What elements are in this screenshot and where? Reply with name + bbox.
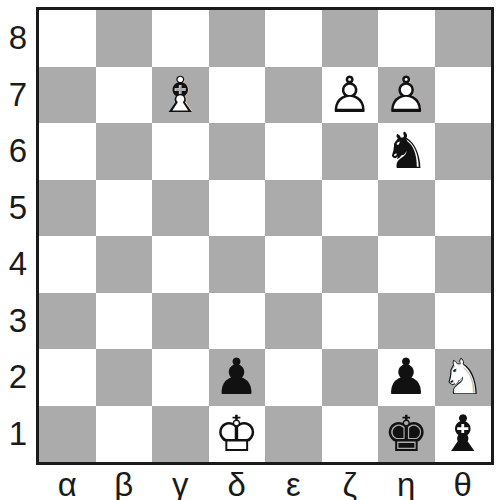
square-g6[interactable]: ♞ [378, 123, 435, 180]
white-king[interactable]: ♔ [209, 406, 266, 463]
square-c2[interactable] [152, 349, 209, 406]
square-b8[interactable] [96, 10, 153, 67]
rank-label-1: 1 [0, 406, 36, 463]
square-e2[interactable] [265, 349, 322, 406]
square-d5[interactable] [209, 180, 266, 237]
square-b2[interactable] [96, 349, 153, 406]
square-d7[interactable] [209, 67, 266, 124]
square-h1[interactable]: ♝ [435, 406, 492, 463]
square-d4[interactable] [209, 236, 266, 293]
square-c4[interactable] [152, 236, 209, 293]
rank-label-5: 5 [0, 180, 36, 237]
rank-label-2: 2 [0, 349, 36, 406]
square-a6[interactable] [39, 123, 96, 180]
square-g3[interactable] [378, 293, 435, 350]
square-a8[interactable] [39, 10, 96, 67]
square-f4[interactable] [322, 236, 379, 293]
square-h7[interactable] [435, 67, 492, 124]
square-a4[interactable] [39, 236, 96, 293]
rank-label-6: 6 [0, 123, 36, 180]
rank-labels: 87654321 [0, 7, 36, 465]
square-d2[interactable]: ♟ [209, 349, 266, 406]
square-a1[interactable] [39, 406, 96, 463]
black-pawn[interactable]: ♟ [209, 349, 266, 406]
black-king[interactable]: ♚ [378, 406, 435, 463]
square-c1[interactable] [152, 406, 209, 463]
square-g4[interactable] [378, 236, 435, 293]
square-f3[interactable] [322, 293, 379, 350]
chess-board: ♝♗♟♙♟♙♞♟♟♞♘♚♔♚♝ [36, 7, 494, 465]
file-label-d: δ [209, 462, 266, 500]
file-label-b: β [96, 462, 153, 500]
square-a5[interactable] [39, 180, 96, 237]
square-b5[interactable] [96, 180, 153, 237]
white-pawn[interactable]: ♙ [322, 67, 379, 124]
square-f5[interactable] [322, 180, 379, 237]
file-label-e: ε [265, 462, 322, 500]
square-f1[interactable] [322, 406, 379, 463]
square-g1[interactable]: ♚ [378, 406, 435, 463]
square-b1[interactable] [96, 406, 153, 463]
square-c5[interactable] [152, 180, 209, 237]
square-b7[interactable] [96, 67, 153, 124]
white-bishop[interactable]: ♗ [152, 67, 209, 124]
square-g7[interactable]: ♟♙ [378, 67, 435, 124]
file-labels: αβγδεζηθ [36, 465, 494, 500]
square-e1[interactable] [265, 406, 322, 463]
square-f7[interactable]: ♟♙ [322, 67, 379, 124]
square-a3[interactable] [39, 293, 96, 350]
rank-label-3: 3 [0, 293, 36, 350]
square-d1[interactable]: ♚♔ [209, 406, 266, 463]
square-e4[interactable] [265, 236, 322, 293]
square-h5[interactable] [435, 180, 492, 237]
square-e8[interactable] [265, 10, 322, 67]
file-label-h: θ [435, 462, 492, 500]
rank-label-7: 7 [0, 67, 36, 124]
square-e6[interactable] [265, 123, 322, 180]
square-h2[interactable]: ♞♘ [435, 349, 492, 406]
file-label-c: γ [152, 462, 209, 500]
black-pawn[interactable]: ♟ [378, 349, 435, 406]
square-h4[interactable] [435, 236, 492, 293]
black-knight[interactable]: ♞ [378, 123, 435, 180]
file-label-g: η [378, 462, 435, 500]
white-pawn[interactable]: ♙ [378, 67, 435, 124]
white-knight[interactable]: ♘ [435, 349, 492, 406]
square-e3[interactable] [265, 293, 322, 350]
square-a7[interactable] [39, 67, 96, 124]
square-b6[interactable] [96, 123, 153, 180]
square-f6[interactable] [322, 123, 379, 180]
file-label-a: α [39, 462, 96, 500]
rank-label-4: 4 [0, 236, 36, 293]
chess-diagram: 87654321 ♝♗♟♙♟♙♞♟♟♞♘♚♔♚♝ αβγδεζηθ [0, 7, 494, 500]
square-d3[interactable] [209, 293, 266, 350]
square-h8[interactable] [435, 10, 492, 67]
square-g8[interactable] [378, 10, 435, 67]
square-e7[interactable] [265, 67, 322, 124]
square-d8[interactable] [209, 10, 266, 67]
square-g5[interactable] [378, 180, 435, 237]
rank-label-8: 8 [0, 10, 36, 67]
square-a2[interactable] [39, 349, 96, 406]
square-c7[interactable]: ♝♗ [152, 67, 209, 124]
file-label-f: ζ [322, 462, 379, 500]
square-h3[interactable] [435, 293, 492, 350]
square-g2[interactable]: ♟ [378, 349, 435, 406]
square-c6[interactable] [152, 123, 209, 180]
square-h6[interactable] [435, 123, 492, 180]
black-bishop[interactable]: ♝ [435, 406, 492, 463]
square-f8[interactable] [322, 10, 379, 67]
square-f2[interactable] [322, 349, 379, 406]
square-c3[interactable] [152, 293, 209, 350]
square-c8[interactable] [152, 10, 209, 67]
square-d6[interactable] [209, 123, 266, 180]
square-e5[interactable] [265, 180, 322, 237]
square-b4[interactable] [96, 236, 153, 293]
square-b3[interactable] [96, 293, 153, 350]
